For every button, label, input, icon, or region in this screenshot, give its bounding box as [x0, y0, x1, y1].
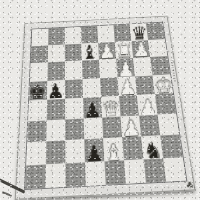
black-pawn-b5[interactable]: ♟ — [46, 81, 65, 102]
square-a5[interactable]: ♚ — [29, 81, 47, 101]
white-pawn-g4[interactable]: ♟ — [138, 96, 158, 118]
square-c3[interactable] — [65, 118, 84, 140]
square-h1[interactable] — [163, 157, 186, 182]
square-c1[interactable] — [65, 162, 85, 187]
square-h4[interactable] — [155, 93, 176, 114]
square-e2[interactable]: ♝ — [103, 137, 124, 160]
black-king-a5[interactable]: ♚ — [28, 82, 47, 103]
square-d1[interactable] — [85, 161, 106, 186]
board-grid: ♛♝♟♜♟♟♚♟♟♚♟♛♟♟♟♝♞ — [24, 22, 187, 190]
square-h3[interactable] — [157, 113, 179, 135]
square-f3[interactable]: ♟ — [121, 115, 142, 137]
white-pawn-f3[interactable]: ♟ — [121, 117, 141, 139]
square-g2[interactable]: ♞ — [141, 135, 163, 158]
square-a3[interactable] — [27, 120, 46, 142]
white-pawn-f5[interactable]: ♟ — [118, 77, 137, 98]
square-b8[interactable] — [48, 28, 65, 45]
square-c2[interactable] — [65, 139, 85, 163]
square-b5[interactable]: ♟ — [47, 80, 65, 100]
square-g3[interactable] — [139, 114, 160, 136]
black-pawn-d2[interactable]: ♟ — [84, 141, 105, 164]
square-a7[interactable] — [31, 45, 48, 63]
square-c4[interactable] — [65, 98, 84, 119]
square-d2[interactable]: ♟ — [84, 138, 104, 162]
square-h2[interactable] — [160, 134, 182, 157]
square-b1[interactable] — [45, 163, 65, 188]
square-c8[interactable] — [65, 27, 82, 44]
square-e5[interactable] — [100, 77, 119, 97]
chess-board: ♛♝♟♜♟♟♚♟♟♚♟♛♟♟♟♝♞ ♣ — [15, 16, 196, 200]
square-a4[interactable] — [28, 100, 47, 121]
table-edge-mark-small — [2, 191, 12, 196]
square-e7[interactable]: ♟ — [98, 42, 116, 60]
square-g7[interactable]: ♟ — [131, 40, 150, 58]
square-e3[interactable] — [102, 116, 122, 138]
square-d7[interactable]: ♝ — [81, 42, 99, 60]
square-b3[interactable] — [46, 119, 65, 141]
square-d3[interactable] — [84, 117, 104, 139]
square-f2[interactable] — [122, 136, 143, 159]
square-f1[interactable] — [124, 159, 146, 184]
white-pawn-e7[interactable]: ♟ — [98, 41, 116, 61]
square-b4[interactable] — [47, 99, 65, 120]
square-b2[interactable] — [46, 140, 66, 164]
white-pawn-g7[interactable]: ♟ — [132, 40, 150, 60]
photo-scene: ♛♝♟♜♟♟♚♟♟♚♟♛♟♟♟♝♞ ♣ — [0, 0, 200, 200]
square-d4[interactable]: ♟ — [83, 97, 102, 118]
square-e4[interactable]: ♛ — [101, 96, 121, 117]
square-c5[interactable] — [65, 79, 83, 99]
square-a2[interactable] — [26, 141, 46, 165]
square-b7[interactable] — [48, 44, 65, 62]
square-g1[interactable] — [143, 158, 166, 183]
square-f4[interactable] — [119, 95, 139, 116]
square-g4[interactable]: ♟ — [137, 94, 158, 115]
square-h7[interactable] — [148, 39, 167, 57]
board-frame: ♛♝♟♜♟♟♚♟♟♚♟♛♟♟♟♝♞ ♣ — [15, 16, 196, 200]
black-bishop-d7[interactable]: ♝ — [81, 42, 99, 62]
square-a1[interactable] — [25, 164, 46, 189]
square-h5[interactable]: ♚ — [153, 74, 173, 94]
square-d5[interactable] — [82, 78, 101, 98]
square-c6[interactable] — [65, 61, 83, 80]
white-king-h5[interactable]: ♚ — [154, 75, 173, 96]
white-queen-e4[interactable]: ♛ — [101, 97, 121, 119]
square-d6[interactable] — [82, 60, 100, 79]
black-knight-g2[interactable]: ♞ — [143, 138, 164, 161]
square-e6[interactable] — [99, 59, 117, 78]
white-bishop-e2[interactable]: ♝ — [103, 140, 124, 163]
black-pawn-d4[interactable]: ♟ — [83, 98, 103, 120]
square-f5[interactable]: ♟ — [117, 76, 136, 96]
square-a8[interactable] — [31, 29, 48, 46]
square-c7[interactable] — [65, 43, 82, 61]
square-e1[interactable] — [104, 160, 125, 185]
maker-emblem-icon: ♣ — [185, 181, 194, 190]
